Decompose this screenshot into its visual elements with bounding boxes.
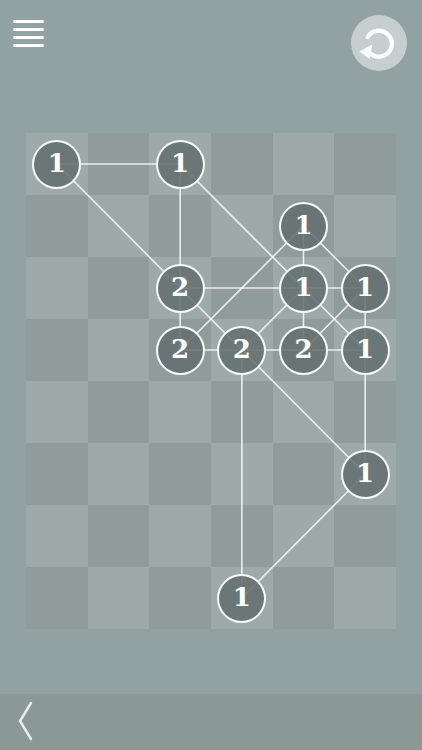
board-square [88,567,150,629]
board-square [273,381,335,443]
node-value: 1 [233,584,251,610]
node-g[interactable]: 2 [156,326,205,375]
board-square [26,319,88,381]
node-h[interactable]: 2 [217,326,266,375]
game-screen: 111211222111 [0,0,422,750]
board-square [211,505,273,567]
board-square [273,133,335,195]
board-square [26,567,88,629]
board-square [149,505,211,567]
chevron-left-icon [20,703,31,739]
board-square [149,443,211,505]
board-square [211,381,273,443]
hamburger-icon [13,36,44,39]
board-square [149,381,211,443]
board-square [334,133,396,195]
node-d[interactable]: 2 [156,264,205,313]
board-grid [26,133,396,629]
node-value: 1 [171,150,189,176]
node-b[interactable]: 1 [156,140,205,189]
board-square [211,195,273,257]
hamburger-icon [13,28,44,31]
board-square [273,443,335,505]
board-square [88,133,150,195]
board-square [88,443,150,505]
menu-button[interactable] [13,20,44,47]
node-value: 2 [171,336,189,362]
board-square [149,195,211,257]
node-value: 2 [233,336,251,362]
board-square [26,443,88,505]
node-c[interactable]: 1 [279,202,328,251]
board-square [211,443,273,505]
rotate-ccw-icon [351,15,407,71]
hamburger-icon [13,20,44,23]
board-square [149,567,211,629]
node-i[interactable]: 2 [279,326,328,375]
board-square [211,133,273,195]
board-square [88,195,150,257]
restart-button[interactable] [351,15,407,71]
node-value: 1 [356,274,374,300]
board-square [26,195,88,257]
node-value: 1 [294,274,312,300]
node-value: 1 [356,336,374,362]
board: 111211222111 [26,133,396,629]
bottom-bar [0,694,422,750]
board-square [88,381,150,443]
board-square [88,319,150,381]
node-value: 1 [294,212,312,238]
node-value: 1 [48,150,66,176]
board-square [88,257,150,319]
node-value: 1 [356,460,374,486]
node-a[interactable]: 1 [32,140,81,189]
node-value: 2 [171,274,189,300]
board-square [88,505,150,567]
board-square [26,505,88,567]
board-square [211,257,273,319]
node-l[interactable]: 1 [217,574,266,623]
board-square [273,567,335,629]
board-square [273,505,335,567]
node-e[interactable]: 1 [279,264,328,313]
node-value: 2 [294,336,312,362]
board-square [26,257,88,319]
board-square [26,381,88,443]
node-f[interactable]: 1 [341,264,390,313]
board-square [334,381,396,443]
node-j[interactable]: 1 [341,326,390,375]
back-button[interactable] [10,694,54,750]
board-square [334,195,396,257]
hamburger-icon [13,44,44,47]
board-square [334,567,396,629]
node-k[interactable]: 1 [341,450,390,499]
board-square [334,505,396,567]
